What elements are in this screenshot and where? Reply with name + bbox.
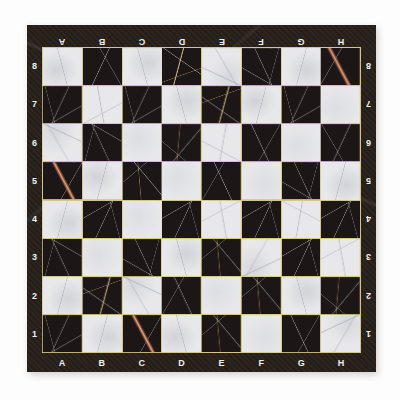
square-b3[interactable] xyxy=(83,239,122,276)
square-e1[interactable] xyxy=(202,315,241,352)
file-label: C xyxy=(122,353,162,372)
file-label: H xyxy=(321,353,361,372)
file-label: E xyxy=(202,353,242,372)
square-e5[interactable] xyxy=(202,162,241,199)
square-d2[interactable] xyxy=(162,277,201,314)
square-h3[interactable] xyxy=(321,239,360,276)
square-g3[interactable] xyxy=(282,239,321,276)
file-label: F xyxy=(241,25,281,47)
file-label: D xyxy=(162,353,202,372)
square-c2[interactable] xyxy=(123,277,162,314)
file-labels-bottom: ABCDEFGH xyxy=(42,353,361,372)
square-c7[interactable] xyxy=(123,86,162,123)
square-h2[interactable] xyxy=(321,277,360,314)
square-g2[interactable] xyxy=(282,277,321,314)
rank-label: 4 xyxy=(361,200,376,238)
rank-label: 1 xyxy=(27,315,42,353)
square-e6[interactable] xyxy=(202,124,241,161)
file-label: E xyxy=(202,25,242,47)
square-g5[interactable] xyxy=(282,162,321,199)
square-a6[interactable] xyxy=(43,124,82,161)
square-g7[interactable] xyxy=(282,86,321,123)
square-g6[interactable] xyxy=(282,124,321,161)
square-a7[interactable] xyxy=(43,86,82,123)
square-b7[interactable] xyxy=(83,86,122,123)
rank-label: 7 xyxy=(361,85,376,123)
square-f8[interactable] xyxy=(242,48,281,85)
rank-label: 8 xyxy=(27,47,42,85)
square-f7[interactable] xyxy=(242,86,281,123)
square-a1[interactable] xyxy=(43,315,82,352)
file-label: B xyxy=(82,353,122,372)
square-c1[interactable] xyxy=(123,315,162,352)
square-a3[interactable] xyxy=(43,239,82,276)
square-c4[interactable] xyxy=(123,201,162,238)
square-h8[interactable] xyxy=(321,48,360,85)
square-d7[interactable] xyxy=(162,86,201,123)
square-e7[interactable] xyxy=(202,86,241,123)
square-a8[interactable] xyxy=(43,48,82,85)
rank-label: 5 xyxy=(361,162,376,200)
file-label: C xyxy=(122,25,162,47)
square-b8[interactable] xyxy=(83,48,122,85)
file-label: H xyxy=(321,25,361,47)
chess-board: ABCDEFGH ABCDEFGH 87654321 87654321 xyxy=(27,25,376,372)
square-h6[interactable] xyxy=(321,124,360,161)
square-h4[interactable] xyxy=(321,201,360,238)
rank-label: 4 xyxy=(27,200,42,238)
rank-label: 6 xyxy=(27,124,42,162)
square-d6[interactable] xyxy=(162,124,201,161)
file-labels-top: ABCDEFGH xyxy=(42,25,361,47)
rank-labels-left: 87654321 xyxy=(27,47,42,353)
rank-label: 5 xyxy=(27,162,42,200)
square-b1[interactable] xyxy=(83,315,122,352)
square-f5[interactable] xyxy=(242,162,281,199)
board-grid xyxy=(42,47,361,353)
square-d8[interactable] xyxy=(162,48,201,85)
rank-label: 1 xyxy=(361,315,376,353)
square-d5[interactable] xyxy=(162,162,201,199)
rank-label: 3 xyxy=(27,238,42,276)
file-label: A xyxy=(42,353,82,372)
file-label: G xyxy=(281,25,321,47)
file-label: G xyxy=(281,353,321,372)
file-label: A xyxy=(42,25,82,47)
square-c3[interactable] xyxy=(123,239,162,276)
rank-label: 6 xyxy=(361,124,376,162)
square-c6[interactable] xyxy=(123,124,162,161)
square-d4[interactable] xyxy=(162,201,201,238)
square-g8[interactable] xyxy=(282,48,321,85)
square-c5[interactable] xyxy=(123,162,162,199)
square-b6[interactable] xyxy=(83,124,122,161)
square-e8[interactable] xyxy=(202,48,241,85)
square-g4[interactable] xyxy=(282,201,321,238)
square-e4[interactable] xyxy=(202,201,241,238)
square-d3[interactable] xyxy=(162,239,201,276)
rank-label: 8 xyxy=(361,47,376,85)
square-f3[interactable] xyxy=(242,239,281,276)
rank-labels-right: 87654321 xyxy=(361,47,376,353)
product-photo: ABCDEFGH ABCDEFGH 87654321 87654321 xyxy=(0,0,400,400)
square-g1[interactable] xyxy=(282,315,321,352)
square-f2[interactable] xyxy=(242,277,281,314)
square-h7[interactable] xyxy=(321,86,360,123)
square-f1[interactable] xyxy=(242,315,281,352)
rank-label: 2 xyxy=(361,277,376,315)
square-b5[interactable] xyxy=(83,162,122,199)
square-a5[interactable] xyxy=(43,162,82,199)
square-e2[interactable] xyxy=(202,277,241,314)
square-f4[interactable] xyxy=(242,201,281,238)
file-label: F xyxy=(241,353,281,372)
square-f6[interactable] xyxy=(242,124,281,161)
rank-label: 2 xyxy=(27,277,42,315)
square-b2[interactable] xyxy=(83,277,122,314)
rank-label: 7 xyxy=(27,85,42,123)
square-a4[interactable] xyxy=(43,201,82,238)
square-c8[interactable] xyxy=(123,48,162,85)
square-h1[interactable] xyxy=(321,315,360,352)
file-label: B xyxy=(82,25,122,47)
rank-label: 3 xyxy=(361,238,376,276)
square-b4[interactable] xyxy=(83,201,122,238)
square-d1[interactable] xyxy=(162,315,201,352)
square-a2[interactable] xyxy=(43,277,82,314)
square-e3[interactable] xyxy=(202,239,241,276)
square-h5[interactable] xyxy=(321,162,360,199)
file-label: D xyxy=(162,25,202,47)
